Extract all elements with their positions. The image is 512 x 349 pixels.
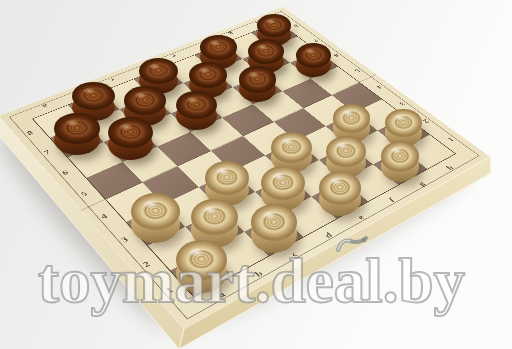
piece-top <box>319 171 361 205</box>
photo-scene: 8765432187654321abcdefghabcdefgh toymart… <box>0 0 512 349</box>
piece-top <box>200 35 237 59</box>
piece-top <box>381 141 420 172</box>
piece-top <box>239 66 277 92</box>
piece-light-a3[interactable] <box>131 193 180 243</box>
piece-top <box>296 43 331 67</box>
piece-top <box>326 136 366 167</box>
piece-top <box>54 113 99 144</box>
piece-top <box>124 86 166 115</box>
piece-top <box>248 39 284 63</box>
piece-dark-f6[interactable] <box>239 66 277 102</box>
piece-top <box>333 104 371 133</box>
piece-light-g1[interactable] <box>381 141 420 182</box>
piece-dark-h6[interactable] <box>296 43 331 77</box>
piece-dark-a7[interactable] <box>54 113 99 156</box>
piece-top <box>271 132 312 163</box>
piece-dark-d6[interactable] <box>176 91 217 130</box>
piece-top <box>139 58 179 84</box>
piece-top <box>261 166 304 200</box>
piece-top <box>176 91 217 120</box>
watermark-text: toymart.deal.by <box>38 250 465 313</box>
piece-light-e1[interactable] <box>319 171 361 216</box>
piece-dark-b6[interactable] <box>108 117 152 160</box>
piece-top <box>108 117 152 148</box>
piece-top <box>251 204 297 241</box>
piece-top <box>385 109 422 138</box>
piece-top <box>205 161 250 195</box>
